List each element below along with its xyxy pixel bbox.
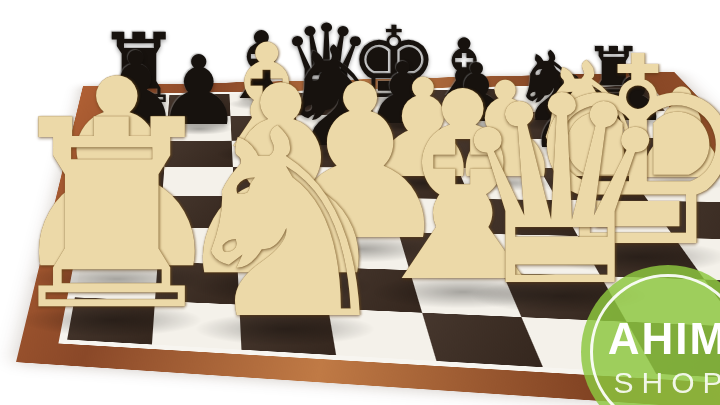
square-e8 xyxy=(357,90,434,114)
square-a1 xyxy=(67,297,155,344)
square-e4 xyxy=(388,198,486,234)
square-b6 xyxy=(164,141,233,168)
square-a8 xyxy=(108,95,170,118)
square-d8 xyxy=(292,92,364,116)
square-a7 xyxy=(103,117,168,141)
square-a6 xyxy=(99,141,167,167)
square-h7 xyxy=(584,111,688,139)
square-d3 xyxy=(315,230,409,270)
square-a3 xyxy=(82,226,160,262)
square-b2 xyxy=(155,262,239,305)
square-d5 xyxy=(304,167,388,198)
square-d2 xyxy=(321,267,422,312)
square-b5 xyxy=(162,167,234,196)
square-d1 xyxy=(328,309,436,361)
square-d4 xyxy=(309,197,398,232)
square-d6 xyxy=(300,140,379,168)
square-e7 xyxy=(363,114,445,140)
square-f8 xyxy=(424,89,508,114)
square-h8 xyxy=(567,86,665,112)
square-c1 xyxy=(239,305,336,356)
square-d7 xyxy=(296,115,371,141)
square-a2 xyxy=(75,260,158,301)
square-b8 xyxy=(168,94,231,117)
logo-ring xyxy=(590,274,720,405)
square-b3 xyxy=(158,227,238,264)
square-b7 xyxy=(166,116,231,141)
square-c8 xyxy=(229,93,295,116)
square-c5 xyxy=(233,167,310,197)
square-b4 xyxy=(160,196,236,229)
square-a5 xyxy=(94,167,165,196)
square-e6 xyxy=(371,139,457,167)
square-a4 xyxy=(88,195,162,227)
product-photo-stage: ♜♝♛♚♝♜♟♟♟♟♞♟♝♞♟♟♟♞♟♟♚♟♟♝♛♜♞ AHIM SHOP xyxy=(0,0,720,405)
square-c7 xyxy=(230,115,299,140)
square-c3 xyxy=(236,229,322,268)
square-c2 xyxy=(237,265,328,309)
square-c4 xyxy=(234,196,315,230)
square-b1 xyxy=(152,301,242,350)
square-e5 xyxy=(379,168,471,200)
square-c6 xyxy=(232,140,305,167)
